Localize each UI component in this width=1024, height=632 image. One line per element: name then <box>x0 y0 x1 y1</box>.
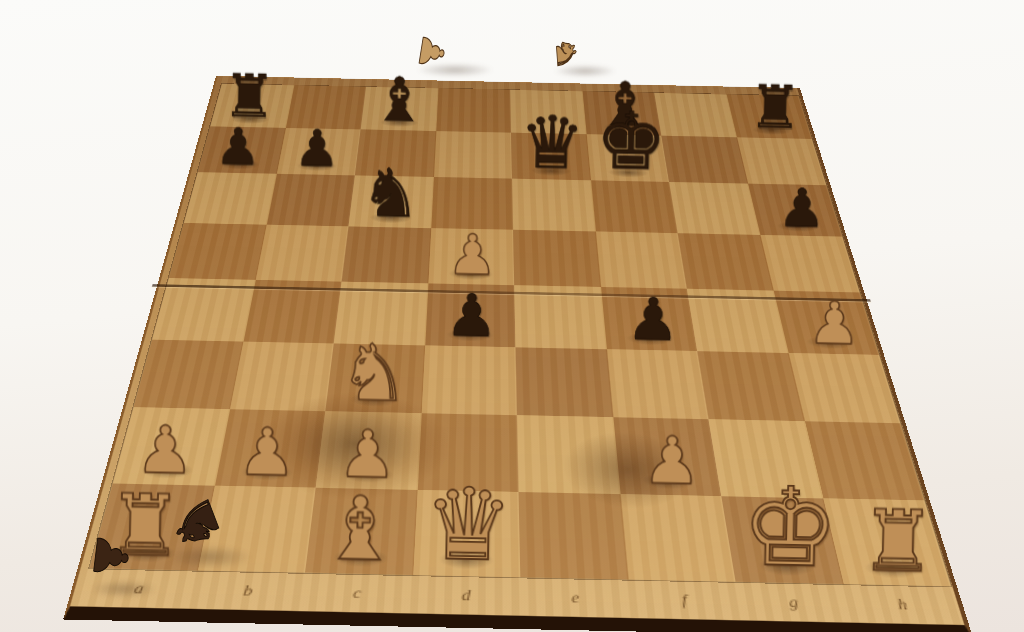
square-g5[interactable] <box>678 233 774 291</box>
square-d6[interactable] <box>431 177 513 229</box>
square-g2[interactable] <box>709 419 823 498</box>
file-label-h: h <box>843 584 963 625</box>
piece-white-queen-d1[interactable]: ♛ <box>413 478 522 574</box>
file-label-e: e <box>520 577 631 618</box>
square-e3[interactable] <box>516 347 613 417</box>
square-a4[interactable] <box>152 278 255 341</box>
square-h7[interactable] <box>737 137 827 185</box>
square-b2[interactable]: ♟ <box>214 409 325 487</box>
square-b6[interactable] <box>266 174 355 226</box>
square-a7[interactable]: ♟ <box>198 126 286 174</box>
piece-black-pawn-h6[interactable]: ♟ <box>759 183 842 235</box>
square-c4[interactable] <box>334 282 428 345</box>
piece-black-bishop-f8[interactable]: ♝ <box>586 75 662 134</box>
square-b4[interactable] <box>243 280 342 343</box>
piece-white-pawn-f2[interactable]: ♟ <box>620 429 723 493</box>
square-d3[interactable] <box>421 345 517 415</box>
square-c7[interactable] <box>355 129 436 177</box>
square-e6[interactable] <box>512 179 595 231</box>
square-b7[interactable]: ♟ <box>276 128 360 176</box>
square-f8[interactable]: ♝ <box>582 91 661 135</box>
piece-white-pawn-c2[interactable]: ♟ <box>316 423 419 487</box>
square-f4[interactable]: ♟ <box>601 287 698 351</box>
square-a6[interactable] <box>184 172 276 224</box>
square-b8[interactable] <box>286 85 366 129</box>
square-a3[interactable] <box>134 339 243 409</box>
square-g1[interactable]: ♚ <box>721 496 843 584</box>
square-g8[interactable] <box>654 93 736 137</box>
captured-shadow <box>400 60 510 80</box>
square-c6[interactable]: ♞ <box>349 175 434 227</box>
captured-shadow <box>76 576 172 602</box>
square-f1[interactable] <box>620 494 736 582</box>
file-label-f: f <box>628 579 742 620</box>
square-a5[interactable] <box>169 223 266 280</box>
square-c2[interactable]: ♟ <box>316 411 421 489</box>
file-label-d: d <box>411 575 521 616</box>
piece-white-rook-h1[interactable]: ♜ <box>843 501 952 583</box>
file-label-b: b <box>190 570 305 611</box>
square-g6[interactable] <box>669 182 760 235</box>
square-e1[interactable] <box>519 491 628 579</box>
square-c1[interactable]: ♝ <box>305 487 417 575</box>
square-h2[interactable] <box>804 421 924 500</box>
square-d5[interactable]: ♟ <box>428 228 514 285</box>
square-h8[interactable]: ♜ <box>726 94 811 138</box>
piece-white-pawn-b2[interactable]: ♟ <box>215 421 318 485</box>
square-e7[interactable]: ♛ <box>511 132 591 180</box>
square-b5[interactable] <box>255 224 348 281</box>
square-c5[interactable] <box>342 226 431 283</box>
square-f3[interactable] <box>606 349 708 419</box>
captured-shadow <box>540 62 630 80</box>
square-c8[interactable]: ♝ <box>361 87 438 131</box>
square-h3[interactable] <box>788 353 900 424</box>
square-d4[interactable]: ♟ <box>425 283 516 346</box>
square-c3[interactable]: ♞ <box>325 343 424 413</box>
square-h1[interactable]: ♜ <box>823 498 951 586</box>
square-d1[interactable]: ♛ <box>413 489 521 577</box>
square-d8[interactable] <box>436 88 511 132</box>
piece-white-pawn-d5[interactable]: ♟ <box>428 229 515 283</box>
captured-shadow <box>150 540 270 574</box>
square-h4[interactable]: ♟ <box>773 291 879 355</box>
piece-black-rook-a8[interactable]: ♜ <box>211 69 287 126</box>
square-h5[interactable] <box>760 235 860 293</box>
piece-black-rook-h8[interactable]: ♜ <box>736 80 812 137</box>
square-a2[interactable]: ♟ <box>113 407 229 485</box>
square-d2[interactable] <box>417 413 518 491</box>
piece-black-pawn-a7[interactable]: ♟ <box>198 123 277 173</box>
square-g4[interactable] <box>687 289 788 353</box>
square-f5[interactable] <box>595 231 687 289</box>
square-e5[interactable] <box>513 229 600 287</box>
square-a8[interactable]: ♜ <box>210 84 294 128</box>
file-label-c: c <box>300 573 412 614</box>
file-label-g: g <box>736 582 853 623</box>
piece-white-pawn-h4[interactable]: ♟ <box>788 295 880 352</box>
piece-white-pawn-a2[interactable]: ♟ <box>114 419 217 483</box>
square-f6[interactable] <box>591 180 678 233</box>
square-b3[interactable] <box>230 341 334 411</box>
piece-black-pawn-b7[interactable]: ♟ <box>277 125 356 175</box>
square-d7[interactable] <box>433 131 512 179</box>
chessboard-scene: ♜♝♝♜♟♟♛♚♞♟♟♟♟♟♞♟♟♟♟♜♝♛♚♜ abcdefgh <box>0 0 1024 632</box>
square-g7[interactable] <box>661 136 747 184</box>
square-e8[interactable] <box>510 90 586 134</box>
square-e4[interactable] <box>514 285 606 348</box>
piece-white-bishop-c1[interactable]: ♝ <box>305 487 414 572</box>
piece-white-knight-c3[interactable]: ♞ <box>326 335 423 411</box>
square-g3[interactable] <box>697 351 804 422</box>
square-e2[interactable] <box>517 415 620 493</box>
square-f7[interactable]: ♚ <box>586 134 669 182</box>
square-h6[interactable]: ♟ <box>748 184 842 237</box>
piece-black-pawn-d4[interactable]: ♟ <box>425 288 517 345</box>
chess-board: ♜♝♝♜♟♟♛♚♞♟♟♟♟♟♞♟♟♟♟♜♝♛♚♜ <box>90 84 951 586</box>
square-f2[interactable]: ♟ <box>613 417 722 496</box>
piece-black-pawn-f4[interactable]: ♟ <box>606 292 698 349</box>
